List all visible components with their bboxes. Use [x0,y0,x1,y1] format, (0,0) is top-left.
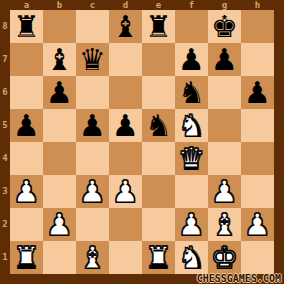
square-a4 [10,142,43,175]
square-a6 [10,76,43,109]
square-g5 [208,109,241,142]
piece-black-pawn-c5: ♟ [79,109,106,142]
square-d8: ♝ [109,10,142,43]
square-h1 [241,241,274,274]
square-e6 [142,76,175,109]
square-e5: ♞ [142,109,175,142]
piece-white-bishop-g2: ♝ [211,208,238,241]
square-b2: ♟ [43,208,76,241]
square-c1: ♝ [76,241,109,274]
piece-black-pawn-g7: ♟ [211,43,238,76]
piece-black-king-g8: ♚ [211,10,238,43]
rank-label-7: 7 [0,43,10,76]
square-b3 [43,175,76,208]
square-d2 [109,208,142,241]
square-d1 [109,241,142,274]
square-f8 [175,10,208,43]
piece-white-pawn-c3: ♟ [79,175,106,208]
rank-label-8: 8 [0,10,10,43]
square-a7 [10,43,43,76]
chess-board-frame: abcdefgh 87654321 ♜♝♜♚♝♛♟♟♟♞♟♟♟♟♞♞♛♟♟♟♟♟… [0,0,284,284]
file-label-f: f [175,0,208,10]
square-g2: ♝ [208,208,241,241]
square-h4 [241,142,274,175]
piece-white-rook-e1: ♜ [145,241,172,274]
piece-black-pawn-b6: ♟ [46,76,73,109]
square-f3 [175,175,208,208]
piece-black-knight-f6: ♞ [178,76,205,109]
piece-white-pawn-g3: ♟ [211,175,238,208]
piece-white-king-g1: ♚ [211,241,238,274]
square-c6 [76,76,109,109]
square-b5 [43,109,76,142]
square-h2: ♟ [241,208,274,241]
file-label-b: b [43,0,76,10]
piece-black-bishop-d8: ♝ [112,10,139,43]
piece-white-pawn-d3: ♟ [112,175,139,208]
square-d4 [109,142,142,175]
square-h7 [241,43,274,76]
square-e3 [142,175,175,208]
piece-black-bishop-b7: ♝ [46,43,73,76]
square-c5: ♟ [76,109,109,142]
square-b8 [43,10,76,43]
square-f1: ♞ [175,241,208,274]
rank-label-6: 6 [0,76,10,109]
rank-label-4: 4 [0,142,10,175]
square-c3: ♟ [76,175,109,208]
file-label-c: c [76,0,109,10]
piece-white-knight-f5: ♞ [178,109,205,142]
piece-black-knight-e5: ♞ [145,109,172,142]
rank-label-5: 5 [0,109,10,142]
square-f4: ♛ [175,142,208,175]
piece-white-pawn-h2: ♟ [244,208,271,241]
square-h5 [241,109,274,142]
piece-white-pawn-a3: ♟ [13,175,40,208]
square-e2 [142,208,175,241]
piece-black-rook-e8: ♜ [145,10,172,43]
square-f6: ♞ [175,76,208,109]
square-a1: ♜ [10,241,43,274]
chess-board: ♜♝♜♚♝♛♟♟♟♞♟♟♟♟♞♞♛♟♟♟♟♟♟♝♟♜♝♜♞♚ [10,10,274,274]
square-f7: ♟ [175,43,208,76]
piece-white-bishop-c1: ♝ [79,241,106,274]
square-g6 [208,76,241,109]
piece-white-pawn-b2: ♟ [46,208,73,241]
square-h3 [241,175,274,208]
square-a5: ♟ [10,109,43,142]
piece-white-pawn-f2: ♟ [178,208,205,241]
square-d7 [109,43,142,76]
square-g1: ♚ [208,241,241,274]
square-e4 [142,142,175,175]
square-c7: ♛ [76,43,109,76]
square-e7 [142,43,175,76]
piece-black-pawn-d5: ♟ [112,109,139,142]
square-c4 [76,142,109,175]
square-h8 [241,10,274,43]
square-d3: ♟ [109,175,142,208]
square-b4 [43,142,76,175]
square-e8: ♜ [142,10,175,43]
square-c8 [76,10,109,43]
piece-black-pawn-h6: ♟ [244,76,271,109]
square-a8: ♜ [10,10,43,43]
square-g3: ♟ [208,175,241,208]
square-a2 [10,208,43,241]
square-e1: ♜ [142,241,175,274]
square-b7: ♝ [43,43,76,76]
rank-label-1: 1 [0,241,10,274]
piece-white-queen-f4: ♛ [178,142,205,175]
square-c2 [76,208,109,241]
square-g7: ♟ [208,43,241,76]
square-a3: ♟ [10,175,43,208]
piece-black-pawn-a5: ♟ [13,109,40,142]
square-f5: ♞ [175,109,208,142]
piece-black-queen-c7: ♛ [79,43,106,76]
rank-label-3: 3 [0,175,10,208]
piece-white-rook-a1: ♜ [13,241,40,274]
square-d5: ♟ [109,109,142,142]
square-h6: ♟ [241,76,274,109]
rank-labels: 87654321 [0,10,10,274]
square-d6 [109,76,142,109]
square-g8: ♚ [208,10,241,43]
square-b1 [43,241,76,274]
rank-label-2: 2 [0,208,10,241]
square-g4 [208,142,241,175]
square-f2: ♟ [175,208,208,241]
file-label-h: h [241,0,274,10]
piece-black-rook-a8: ♜ [13,10,40,43]
piece-black-pawn-f7: ♟ [178,43,205,76]
watermark: CHESSGAMES.COM [197,273,281,284]
square-b6: ♟ [43,76,76,109]
piece-white-knight-f1: ♞ [178,241,205,274]
